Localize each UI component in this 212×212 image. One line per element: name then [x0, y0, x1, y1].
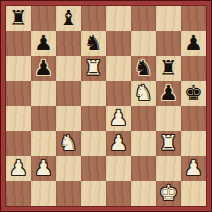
- square-d3[interactable]: [81, 131, 106, 156]
- square-d1[interactable]: [81, 181, 106, 206]
- square-a4[interactable]: [6, 106, 31, 131]
- white-knight-f5[interactable]: ♞: [134, 81, 153, 106]
- black-king-h5[interactable]: ♚: [184, 81, 203, 106]
- board-frame: ♜♝♟♞♟♟♜♞♜♞♟♚♟♞♟♜♟♟♟♚: [0, 0, 212, 212]
- square-b6[interactable]: ♟: [31, 56, 56, 81]
- square-d6[interactable]: ♜: [81, 56, 106, 81]
- square-d2[interactable]: [81, 156, 106, 181]
- white-pawn-h2[interactable]: ♟: [184, 156, 203, 181]
- square-e1[interactable]: [106, 181, 131, 206]
- square-b8[interactable]: [31, 6, 56, 31]
- square-h1[interactable]: [181, 181, 206, 206]
- square-g2[interactable]: [156, 156, 181, 181]
- white-pawn-a2[interactable]: ♟: [9, 156, 28, 181]
- black-pawn-b7[interactable]: ♟: [34, 31, 53, 56]
- square-f2[interactable]: [131, 156, 156, 181]
- square-c5[interactable]: [56, 81, 81, 106]
- square-g3[interactable]: ♜: [156, 131, 181, 156]
- square-h4[interactable]: [181, 106, 206, 131]
- white-rook-d6[interactable]: ♜: [84, 56, 103, 81]
- square-e7[interactable]: [106, 31, 131, 56]
- square-f4[interactable]: [131, 106, 156, 131]
- square-d4[interactable]: [81, 106, 106, 131]
- square-b1[interactable]: [31, 181, 56, 206]
- square-c8[interactable]: ♝: [56, 6, 81, 31]
- square-c1[interactable]: [56, 181, 81, 206]
- square-a7[interactable]: [6, 31, 31, 56]
- square-a5[interactable]: [6, 81, 31, 106]
- black-pawn-h7[interactable]: ♟: [184, 31, 203, 56]
- chess-board: ♜♝♟♞♟♟♜♞♜♞♟♚♟♞♟♜♟♟♟♚: [6, 6, 206, 206]
- square-h8[interactable]: [181, 6, 206, 31]
- black-bishop-c8[interactable]: ♝: [59, 6, 78, 31]
- square-c7[interactable]: [56, 31, 81, 56]
- square-e4[interactable]: ♟: [106, 106, 131, 131]
- square-e6[interactable]: [106, 56, 131, 81]
- square-b3[interactable]: [31, 131, 56, 156]
- square-a2[interactable]: ♟: [6, 156, 31, 181]
- square-h6[interactable]: [181, 56, 206, 81]
- square-g5[interactable]: ♟: [156, 81, 181, 106]
- square-h3[interactable]: [181, 131, 206, 156]
- square-g6[interactable]: ♜: [156, 56, 181, 81]
- square-b7[interactable]: ♟: [31, 31, 56, 56]
- white-rook-g3[interactable]: ♜: [159, 131, 178, 156]
- square-e8[interactable]: [106, 6, 131, 31]
- square-b5[interactable]: [31, 81, 56, 106]
- square-c6[interactable]: [56, 56, 81, 81]
- black-pawn-g5[interactable]: ♟: [159, 81, 178, 106]
- square-f8[interactable]: [131, 6, 156, 31]
- white-pawn-e3[interactable]: ♟: [109, 131, 128, 156]
- square-h7[interactable]: ♟: [181, 31, 206, 56]
- black-knight-f6[interactable]: ♞: [134, 56, 153, 81]
- square-f3[interactable]: [131, 131, 156, 156]
- square-f7[interactable]: [131, 31, 156, 56]
- square-a6[interactable]: [6, 56, 31, 81]
- square-c4[interactable]: [56, 106, 81, 131]
- square-a8[interactable]: ♜: [6, 6, 31, 31]
- square-a3[interactable]: [6, 131, 31, 156]
- square-h2[interactable]: ♟: [181, 156, 206, 181]
- square-e3[interactable]: ♟: [106, 131, 131, 156]
- white-king-g1[interactable]: ♚: [159, 181, 178, 206]
- square-g8[interactable]: [156, 6, 181, 31]
- square-d8[interactable]: [81, 6, 106, 31]
- square-b4[interactable]: [31, 106, 56, 131]
- square-e2[interactable]: [106, 156, 131, 181]
- white-knight-c3[interactable]: ♞: [59, 131, 78, 156]
- white-pawn-b2[interactable]: ♟: [34, 156, 53, 181]
- square-f1[interactable]: [131, 181, 156, 206]
- square-g1[interactable]: ♚: [156, 181, 181, 206]
- square-c3[interactable]: ♞: [56, 131, 81, 156]
- square-h5[interactable]: ♚: [181, 81, 206, 106]
- square-d7[interactable]: ♞: [81, 31, 106, 56]
- square-f5[interactable]: ♞: [131, 81, 156, 106]
- square-b2[interactable]: ♟: [31, 156, 56, 181]
- square-g7[interactable]: [156, 31, 181, 56]
- white-pawn-e4[interactable]: ♟: [109, 106, 128, 131]
- square-f6[interactable]: ♞: [131, 56, 156, 81]
- black-pawn-b6[interactable]: ♟: [34, 56, 53, 81]
- square-c2[interactable]: [56, 156, 81, 181]
- square-g4[interactable]: [156, 106, 181, 131]
- black-knight-d7[interactable]: ♞: [84, 31, 103, 56]
- black-rook-g6[interactable]: ♜: [159, 56, 178, 81]
- black-rook-a8[interactable]: ♜: [9, 6, 28, 31]
- square-a1[interactable]: [6, 181, 31, 206]
- square-e5[interactable]: [106, 81, 131, 106]
- square-d5[interactable]: [81, 81, 106, 106]
